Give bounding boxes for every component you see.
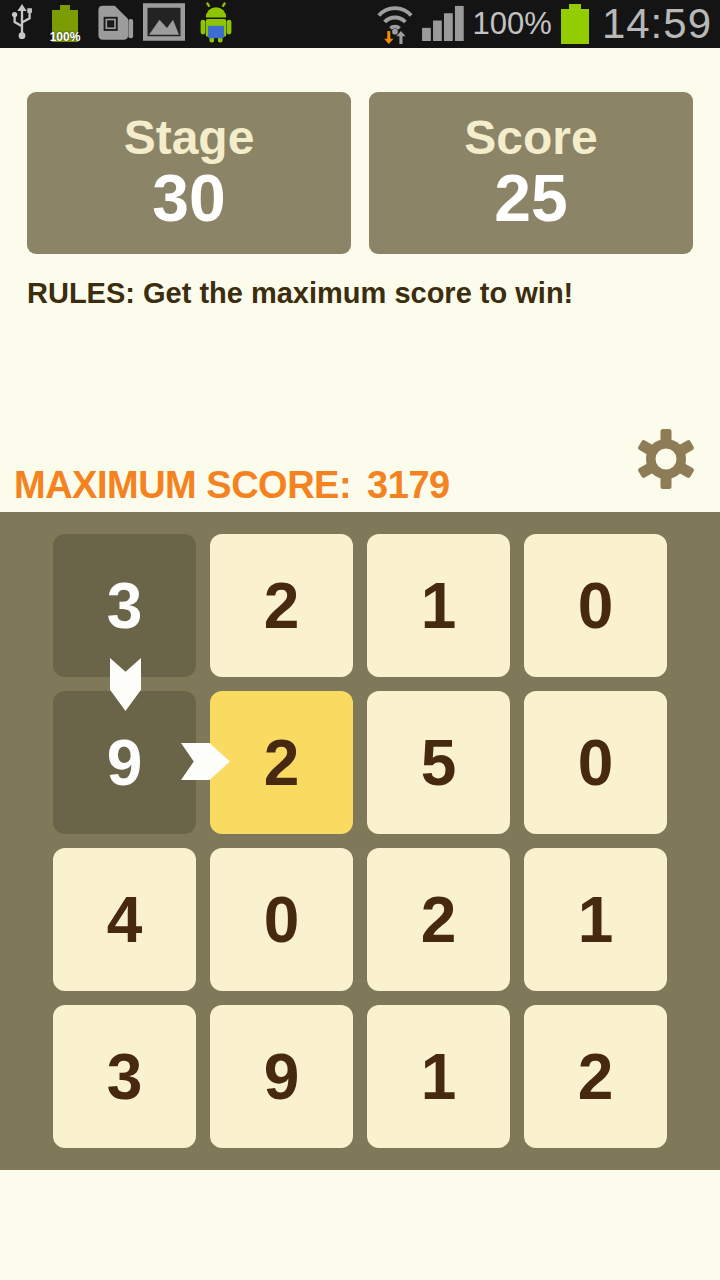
board-cell-r3c3[interactable]: 2 [367, 848, 510, 991]
signal-bars-icon [422, 3, 466, 45]
clock-text: 14:59 [602, 0, 712, 48]
maximum-score-value: 3179 [367, 464, 450, 506]
rules-text: RULES: Get the maximum score to win! [27, 277, 573, 310]
board-cell-r4c4[interactable]: 2 [524, 1005, 667, 1148]
score-box: Score 25 [369, 92, 693, 254]
board-grid: 3 2 1 0 9 2 5 0 4 0 2 1 3 9 1 2 [0, 512, 720, 1170]
battery-charge-label: 100% [45, 30, 85, 44]
board-cell-r1c2[interactable]: 2 [210, 534, 353, 677]
battery-icon [559, 2, 591, 46]
sim-card-icon [94, 1, 134, 47]
board-cell-r3c1[interactable]: 4 [53, 848, 196, 991]
board-cell-r1c1[interactable]: 3 [53, 534, 196, 677]
board-cell-r4c2[interactable]: 9 [210, 1005, 353, 1148]
android-robot-icon [194, 0, 238, 48]
board-cell-r2c4[interactable]: 0 [524, 691, 667, 834]
score-value: 25 [494, 164, 567, 233]
battery-percent-text: 100% [473, 6, 552, 42]
board-cell-r2c3[interactable]: 5 [367, 691, 510, 834]
stage-label: Stage [124, 112, 255, 164]
board-cell-r3c2[interactable]: 0 [210, 848, 353, 991]
wifi-data-icon [375, 0, 415, 48]
stage-box: Stage 30 [27, 92, 351, 254]
board-cell-r3c4[interactable]: 1 [524, 848, 667, 991]
settings-gear-icon[interactable] [634, 424, 698, 492]
maximum-score-label: MAXIMUM SCORE: [14, 464, 351, 506]
game-board: 3 2 1 0 9 2 5 0 4 0 2 1 3 9 1 2 [0, 512, 720, 1170]
board-cell-r1c3[interactable]: 1 [367, 534, 510, 677]
maximum-score-line: MAXIMUM SCORE:3179 [14, 464, 450, 507]
board-cell-r2c2[interactable]: 2 [210, 691, 353, 834]
board-cell-r1c4[interactable]: 0 [524, 534, 667, 677]
battery-charge-icon: 100% [45, 2, 85, 46]
gallery-icon [143, 3, 185, 45]
stage-value: 30 [152, 164, 225, 233]
board-cell-r4c1[interactable]: 3 [53, 1005, 196, 1148]
status-bar: 100% [0, 0, 720, 48]
score-label: Score [464, 112, 597, 164]
header-boxes: Stage 30 Score 25 [27, 92, 693, 254]
board-cell-r4c3[interactable]: 1 [367, 1005, 510, 1148]
board-cell-r2c1[interactable]: 9 [53, 691, 196, 834]
usb-icon [8, 3, 36, 45]
